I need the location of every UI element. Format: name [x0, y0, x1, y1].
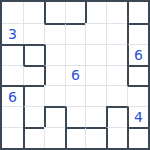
cell-r5c0[interactable]: [2, 106, 23, 127]
cell-r6c4[interactable]: [85, 127, 106, 148]
cell-r0c4[interactable]: [85, 2, 106, 23]
cell-r4c3[interactable]: [65, 85, 86, 106]
given-digit: 4: [134, 110, 143, 124]
cell-r3c4[interactable]: [85, 65, 106, 86]
cell-r1c1[interactable]: [23, 23, 44, 44]
cell-r6c1[interactable]: [23, 127, 44, 148]
puzzle-board: 36664: [0, 0, 150, 150]
cell-r5c2[interactable]: [44, 106, 65, 127]
cell-r3c0[interactable]: [2, 65, 23, 86]
cell-r1c2[interactable]: [44, 23, 65, 44]
cell-r4c6[interactable]: [127, 85, 148, 106]
puzzle-screenshot: 36664: [0, 0, 150, 150]
given-digit: 6: [134, 47, 143, 61]
cell-r4c0[interactable]: 6: [2, 85, 23, 106]
cell-r1c0[interactable]: 3: [2, 23, 23, 44]
given-digit: 6: [8, 89, 17, 103]
cell-r5c6[interactable]: 4: [127, 106, 148, 127]
given-digit: 3: [8, 26, 17, 40]
cell-r2c3[interactable]: [65, 44, 86, 65]
cell-r0c1[interactable]: [23, 2, 44, 23]
cell-r1c3[interactable]: [65, 23, 86, 44]
cell-r6c5[interactable]: [106, 127, 127, 148]
cell-r4c1[interactable]: [23, 85, 44, 106]
cell-r2c6[interactable]: 6: [127, 44, 148, 65]
cell-r3c6[interactable]: [127, 65, 148, 86]
cell-r4c2[interactable]: [44, 85, 65, 106]
given-digit: 6: [71, 68, 80, 82]
cell-r5c5[interactable]: [106, 106, 127, 127]
cell-r2c2[interactable]: [44, 44, 65, 65]
cell-r3c1[interactable]: [23, 65, 44, 86]
cell-r2c5[interactable]: [106, 44, 127, 65]
cell-r2c1[interactable]: [23, 44, 44, 65]
cell-r2c0[interactable]: [2, 44, 23, 65]
cell-r1c5[interactable]: [106, 23, 127, 44]
cell-r3c3[interactable]: 6: [65, 65, 86, 86]
cell-r0c6[interactable]: [127, 2, 148, 23]
cell-r5c1[interactable]: [23, 106, 44, 127]
cell-r4c4[interactable]: [85, 85, 106, 106]
cell-r3c2[interactable]: [44, 65, 65, 86]
cell-r3c5[interactable]: [106, 65, 127, 86]
cell-r6c2[interactable]: [44, 127, 65, 148]
cell-r4c5[interactable]: [106, 85, 127, 106]
cell-r5c3[interactable]: [65, 106, 86, 127]
cell-r0c3[interactable]: [65, 2, 86, 23]
cell-r6c6[interactable]: [127, 127, 148, 148]
cell-r0c0[interactable]: [2, 2, 23, 23]
cell-r0c2[interactable]: [44, 2, 65, 23]
cell-r6c3[interactable]: [65, 127, 86, 148]
cell-r6c0[interactable]: [2, 127, 23, 148]
cell-r5c4[interactable]: [85, 106, 106, 127]
cell-r1c6[interactable]: [127, 23, 148, 44]
cell-r2c4[interactable]: [85, 44, 106, 65]
cell-r0c5[interactable]: [106, 2, 127, 23]
cell-r1c4[interactable]: [85, 23, 106, 44]
